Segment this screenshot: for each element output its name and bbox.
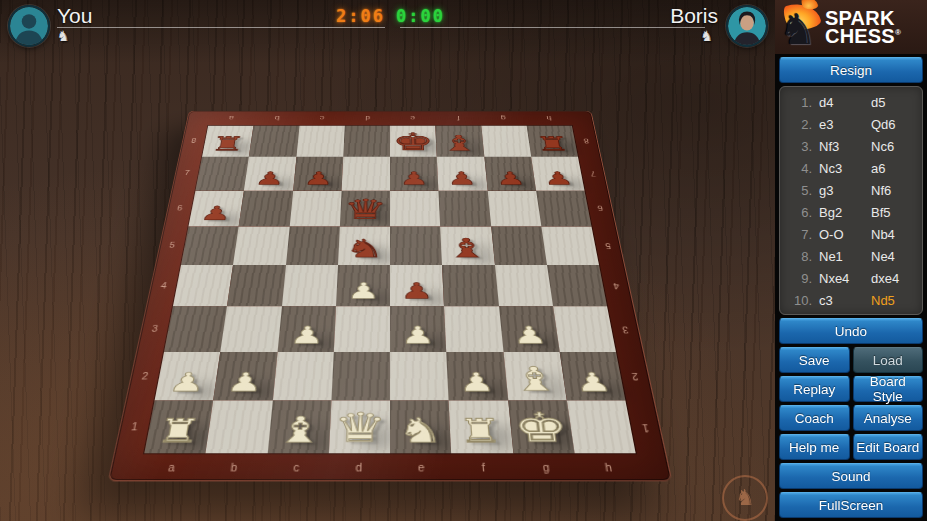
move-row[interactable]: 1.d4d5 xyxy=(780,91,922,113)
black-move: Nb4 xyxy=(871,227,895,242)
square-f2[interactable]: ♟ xyxy=(446,352,507,401)
move-number: 1. xyxy=(780,95,812,110)
brand-name: SPARK CHESS® xyxy=(825,9,901,46)
wood-table: You ♞ 2:06 0:00 Boris ♞ abcdefgh abcdefg… xyxy=(0,0,775,521)
white-clock: 2:06 xyxy=(336,6,385,26)
black-move: Nd5 xyxy=(871,293,895,308)
square-d3[interactable] xyxy=(334,307,390,352)
black-move: Qd6 xyxy=(871,117,896,132)
square-c3[interactable]: ♟ xyxy=(277,307,336,352)
square-c1[interactable]: ♝ xyxy=(267,400,331,453)
avatar-you[interactable] xyxy=(8,5,50,47)
black-move: Bf5 xyxy=(871,205,891,220)
move-row[interactable]: 3.Nf3Nc6 xyxy=(780,135,922,157)
square-a1[interactable]: ♜ xyxy=(144,400,213,453)
black-move: Nc6 xyxy=(871,139,894,154)
square-g4[interactable] xyxy=(495,265,553,307)
black-move: dxe4 xyxy=(871,271,899,286)
black-move: a6 xyxy=(871,161,885,176)
white-pawn[interactable]: ♟ xyxy=(156,369,218,395)
move-row[interactable]: 5.g3Nf6 xyxy=(780,179,922,201)
knight-logo-icon: ♞ xyxy=(779,9,817,51)
white-move: Nxe4 xyxy=(819,271,871,286)
black-queen[interactable]: ♛ xyxy=(340,195,390,222)
square-a8[interactable]: ♜ xyxy=(202,126,254,157)
coordinate-label: a xyxy=(138,456,204,478)
square-e6[interactable] xyxy=(390,191,440,227)
black-pawn[interactable]: ♟ xyxy=(245,169,295,187)
square-a4[interactable] xyxy=(173,265,233,307)
white-move: Nf3 xyxy=(819,139,871,154)
square-e1[interactable]: ♞ xyxy=(390,400,451,453)
white-queen[interactable]: ♛ xyxy=(329,407,390,447)
black-king[interactable]: ♚ xyxy=(390,130,437,154)
white-pawn[interactable]: ♟ xyxy=(500,323,559,347)
move-list[interactable]: 1.d4d52.e3Qd63.Nf3Nc64.Nc3a65.g3Nf66.Bg2… xyxy=(779,86,923,315)
move-row[interactable]: 2.e3Qd6 xyxy=(780,113,922,135)
coordinate-label: h xyxy=(525,113,572,124)
square-a6[interactable]: ♟ xyxy=(189,191,245,227)
square-h2[interactable]: ♟ xyxy=(559,352,625,401)
square-c6[interactable] xyxy=(289,191,341,227)
button-row-3: Coach Analyse xyxy=(779,405,923,431)
black-move: Nf6 xyxy=(871,183,891,198)
top-bar: You ♞ 2:06 0:00 Boris ♞ xyxy=(0,0,775,58)
edit-board-button[interactable]: Edit Board xyxy=(853,434,924,460)
square-g2[interactable]: ♝ xyxy=(503,352,567,401)
coordinate-label: f xyxy=(435,113,481,124)
move-number: 4. xyxy=(780,161,812,176)
black-bishop[interactable]: ♝ xyxy=(441,235,494,261)
square-d5[interactable]: ♞ xyxy=(338,226,390,265)
board-grid: ♜♚♝♜♟♟♟♟♟♟♟♛♞♝♟♟♟♟♟♟♟♟♝♟♜♝♛♞♜♚ xyxy=(143,125,637,454)
square-b6[interactable] xyxy=(239,191,293,227)
white-move: c3 xyxy=(819,293,871,308)
square-f8[interactable]: ♝ xyxy=(435,126,484,157)
square-f6[interactable] xyxy=(439,191,491,227)
black-pawn[interactable]: ♟ xyxy=(390,280,444,302)
square-d1[interactable]: ♛ xyxy=(329,400,390,453)
board-style-button[interactable]: Board Style xyxy=(853,376,924,402)
square-g8[interactable] xyxy=(481,126,531,157)
coordinate-label: e xyxy=(390,456,453,478)
app-window: You ♞ 2:06 0:00 Boris ♞ abcdefgh abcdefg… xyxy=(0,0,927,521)
square-g6[interactable] xyxy=(487,191,541,227)
coordinate-label: d xyxy=(344,113,390,124)
square-c7[interactable]: ♟ xyxy=(293,157,343,190)
square-b7[interactable]: ♟ xyxy=(244,157,296,190)
square-a3[interactable] xyxy=(164,307,227,352)
square-f7[interactable]: ♟ xyxy=(437,157,487,190)
square-f4[interactable] xyxy=(442,265,498,307)
fullscreen-button[interactable]: FullScreen xyxy=(779,492,923,518)
square-g1[interactable]: ♚ xyxy=(508,400,575,453)
coordinate-label: d xyxy=(327,456,390,478)
coordinate-label: h xyxy=(576,456,642,478)
white-move: g3 xyxy=(819,183,871,198)
move-number: 9. xyxy=(780,271,812,286)
square-h3[interactable] xyxy=(553,307,616,352)
white-knight[interactable]: ♞ xyxy=(390,414,451,448)
square-h6[interactable] xyxy=(536,191,592,227)
square-e3[interactable]: ♟ xyxy=(390,307,446,352)
replay-button[interactable]: Replay xyxy=(779,376,850,402)
logo-mark: ♞ xyxy=(779,1,825,53)
coordinate-label: g xyxy=(514,456,579,478)
move-number: 3. xyxy=(780,139,812,154)
move-row[interactable]: 10.c3Nd5 xyxy=(780,289,922,311)
white-move: Ne1 xyxy=(819,249,871,264)
black-pawn[interactable]: ♟ xyxy=(189,204,242,223)
square-a5[interactable] xyxy=(181,226,239,265)
coordinate-label: f xyxy=(452,456,516,478)
square-c4[interactable] xyxy=(281,265,337,307)
resign-button[interactable]: Resign xyxy=(779,57,923,83)
brand-line2: CHESS® xyxy=(825,27,901,45)
move-row[interactable]: 4.Nc3a6 xyxy=(780,157,922,179)
white-pawn[interactable]: ♟ xyxy=(336,280,390,302)
move-number: 2. xyxy=(780,117,812,132)
coordinate-label: c xyxy=(299,113,345,124)
black-pawn[interactable]: ♟ xyxy=(293,169,342,187)
file-labels-bottom: abcdefgh xyxy=(138,456,641,478)
square-b8[interactable] xyxy=(249,126,299,157)
white-move: Nc3 xyxy=(819,161,871,176)
coach-button[interactable]: Coach xyxy=(779,405,850,431)
avatar-boris[interactable] xyxy=(726,5,768,47)
black-pawn[interactable]: ♟ xyxy=(438,169,487,187)
button-row-1: Save Load xyxy=(779,347,923,373)
white-move: Bg2 xyxy=(819,205,871,220)
coordinate-label: e xyxy=(390,113,436,124)
square-a2[interactable]: ♟ xyxy=(155,352,221,401)
person-silhouette-icon xyxy=(10,7,48,45)
square-d2[interactable] xyxy=(331,352,390,401)
undo-button[interactable]: Undo xyxy=(779,318,923,344)
square-h4[interactable] xyxy=(547,265,607,307)
move-row[interactable]: 8.Ne1Ne4 xyxy=(780,245,922,267)
coordinate-label: c xyxy=(264,456,328,478)
square-d6[interactable]: ♛ xyxy=(340,191,390,227)
registered-mark: ® xyxy=(895,28,901,37)
black-pawn[interactable]: ♟ xyxy=(485,169,535,187)
black-side-knight-icon: ♞ xyxy=(700,29,713,43)
white-rook[interactable]: ♜ xyxy=(145,415,211,448)
square-d4[interactable]: ♟ xyxy=(336,265,390,307)
black-rook[interactable]: ♜ xyxy=(203,135,253,154)
square-e5[interactable] xyxy=(390,226,442,265)
white-pawn[interactable]: ♟ xyxy=(447,369,507,395)
portrait-silhouette-icon xyxy=(728,7,766,45)
coordinate-label: a xyxy=(208,113,255,124)
chess-board[interactable]: abcdefgh abcdefgh 87654321 87654321 ♜♚♝♜… xyxy=(108,111,673,481)
sidebar: ♞ SPARK CHESS® Resign 1.d4d52.e3Qd63.Nf3… xyxy=(775,0,927,521)
square-f3[interactable] xyxy=(444,307,503,352)
white-player-name: You xyxy=(57,4,92,28)
white-pawn[interactable]: ♟ xyxy=(278,323,335,347)
white-move: O-O xyxy=(819,227,871,242)
square-d7[interactable] xyxy=(341,157,390,190)
move-row[interactable]: 9.Nxe4dxe4 xyxy=(780,267,922,289)
file-labels-top: abcdefgh xyxy=(208,113,573,124)
square-e7[interactable]: ♟ xyxy=(390,157,439,190)
white-pawn[interactable]: ♟ xyxy=(214,369,275,395)
square-e2[interactable] xyxy=(390,352,449,401)
black-pawn[interactable]: ♟ xyxy=(533,169,584,187)
square-g5[interactable] xyxy=(491,226,547,265)
black-bishop[interactable]: ♝ xyxy=(436,133,484,154)
black-move: Ne4 xyxy=(871,249,895,264)
move-number: 7. xyxy=(780,227,812,242)
white-bishop[interactable]: ♝ xyxy=(504,362,566,395)
black-pawn[interactable]: ♟ xyxy=(390,169,438,187)
black-clock: 0:00 xyxy=(396,6,445,26)
square-h7[interactable]: ♟ xyxy=(531,157,585,190)
move-number: 6. xyxy=(780,205,812,220)
white-pawn[interactable]: ♟ xyxy=(390,323,446,347)
black-player-underline xyxy=(400,27,705,28)
knight-watermark-icon: ♞ xyxy=(735,487,755,509)
square-d8[interactable] xyxy=(343,126,390,157)
move-number: 10. xyxy=(780,293,812,308)
move-number: 5. xyxy=(780,183,812,198)
square-c5[interactable] xyxy=(286,226,340,265)
white-move: e3 xyxy=(819,117,871,132)
square-e4[interactable]: ♟ xyxy=(390,265,444,307)
save-button[interactable]: Save xyxy=(779,347,850,373)
square-h5[interactable] xyxy=(541,226,599,265)
square-f5[interactable]: ♝ xyxy=(440,226,494,265)
black-knight[interactable]: ♞ xyxy=(338,236,390,261)
white-king[interactable]: ♚ xyxy=(508,407,573,447)
black-player-name: Boris xyxy=(670,4,718,28)
move-row[interactable]: 6.Bg2Bf5 xyxy=(780,201,922,223)
black-rook[interactable]: ♜ xyxy=(528,135,578,154)
sparkchess-logo: ♞ SPARK CHESS® xyxy=(775,0,927,54)
square-b1[interactable] xyxy=(206,400,273,453)
help-me-button[interactable]: Help me xyxy=(779,434,850,460)
square-e8[interactable]: ♚ xyxy=(390,126,437,157)
sound-button[interactable]: Sound xyxy=(779,463,923,489)
white-bishop[interactable]: ♝ xyxy=(268,412,331,448)
coordinate-label: g xyxy=(480,113,527,124)
move-row[interactable]: 7.O-ONb4 xyxy=(780,223,922,245)
square-c8[interactable] xyxy=(296,126,345,157)
square-b2[interactable]: ♟ xyxy=(213,352,277,401)
square-h1[interactable] xyxy=(567,400,636,453)
white-rook[interactable]: ♜ xyxy=(450,415,513,448)
square-b3[interactable] xyxy=(221,307,282,352)
button-row-2: Replay Board Style xyxy=(779,376,923,402)
square-f1[interactable]: ♜ xyxy=(449,400,513,453)
white-side-knight-icon: ♞ xyxy=(57,29,70,43)
square-h8[interactable]: ♜ xyxy=(526,126,578,157)
square-c2[interactable] xyxy=(272,352,333,401)
white-move: d4 xyxy=(819,95,871,110)
white-player-underline xyxy=(57,27,385,28)
rotate-board-knight-watermark[interactable]: ♞ xyxy=(722,475,768,521)
square-a7[interactable] xyxy=(196,157,250,190)
analyse-button[interactable]: Analyse xyxy=(853,405,924,431)
square-b4[interactable] xyxy=(227,265,285,307)
coordinate-label: b xyxy=(253,113,300,124)
square-g3[interactable]: ♟ xyxy=(499,307,560,352)
square-g7[interactable]: ♟ xyxy=(484,157,536,190)
button-row-4: Help me Edit Board xyxy=(779,434,923,460)
load-button[interactable]: Load xyxy=(853,347,924,373)
white-pawn[interactable]: ♟ xyxy=(562,369,624,395)
black-move: d5 xyxy=(871,95,885,110)
move-number: 8. xyxy=(780,249,812,264)
square-b5[interactable] xyxy=(233,226,289,265)
coordinate-label: b xyxy=(201,456,266,478)
